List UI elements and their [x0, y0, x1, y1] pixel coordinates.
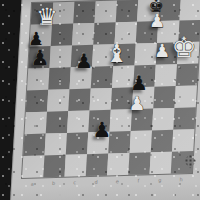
file-letter-h: h [179, 177, 182, 182]
file-letter-c: c [73, 180, 76, 185]
square-b1 [43, 155, 66, 177]
square-a1 [22, 155, 45, 177]
square-a2 [23, 134, 46, 156]
square-g5 [155, 64, 178, 86]
square-g3 [152, 108, 175, 130]
square-c8 [73, 1, 96, 23]
square-c4 [68, 89, 91, 111]
square-b7 [51, 24, 74, 46]
square-d4 [90, 88, 113, 110]
file-letter-g: g [158, 178, 161, 183]
square-f1 [128, 152, 151, 174]
square-g7 [157, 20, 180, 42]
square-c1 [65, 154, 88, 176]
square-f5 [133, 65, 156, 87]
square-d5 [91, 66, 114, 88]
square-c6 [71, 45, 94, 67]
chessboard-photo: abcdefgh ♚♛♟♟♚♟♝♟♟♟♟♟ [0, 0, 200, 200]
square-e5 [112, 65, 135, 87]
board-squares [22, 0, 200, 178]
square-a3 [25, 112, 48, 134]
square-a8 [31, 2, 54, 24]
file-letter-a: a [31, 182, 34, 187]
square-e2 [108, 131, 131, 153]
square-h2 [172, 129, 195, 151]
square-g8 [158, 0, 181, 21]
square-h3 [173, 107, 196, 129]
square-e4 [111, 87, 134, 109]
file-letter-d: d [94, 180, 97, 185]
square-c7 [72, 23, 95, 45]
square-h6 [177, 42, 200, 64]
square-e1 [107, 153, 130, 175]
square-c2 [66, 132, 89, 154]
square-a6 [28, 46, 51, 68]
square-g1 [150, 152, 173, 174]
square-g6 [156, 42, 179, 64]
square-d7 [93, 22, 116, 44]
square-h5 [176, 64, 199, 86]
file-letter-e: e [116, 179, 119, 184]
square-e3 [110, 109, 133, 131]
square-b8 [52, 2, 75, 24]
square-c3 [67, 110, 90, 132]
square-d8 [95, 1, 118, 23]
square-d3 [88, 110, 111, 132]
square-b6 [50, 45, 73, 67]
square-e6 [113, 44, 136, 66]
file-letter-f: f [138, 178, 140, 183]
square-h8 [180, 0, 200, 20]
square-f2 [130, 130, 153, 152]
square-b2 [45, 133, 68, 155]
square-h7 [178, 20, 200, 42]
square-g2 [151, 130, 174, 152]
file-letter-b: b [52, 181, 55, 186]
square-d2 [87, 132, 110, 154]
square-b5 [48, 67, 71, 89]
square-a7 [30, 24, 53, 46]
square-f4 [132, 87, 155, 109]
square-e8 [116, 0, 139, 22]
square-f7 [136, 21, 159, 43]
square-c5 [70, 67, 93, 89]
square-d1 [86, 154, 109, 176]
square-a4 [26, 90, 49, 112]
board-plane: abcdefgh [22, 0, 200, 178]
square-b4 [47, 89, 70, 111]
square-b3 [46, 111, 69, 133]
square-a5 [27, 68, 50, 90]
square-f8 [137, 0, 160, 22]
square-f3 [131, 109, 154, 131]
square-e7 [115, 22, 138, 44]
square-d6 [92, 44, 115, 66]
square-f6 [135, 43, 158, 65]
square-g4 [153, 86, 176, 108]
square-h4 [175, 85, 198, 107]
